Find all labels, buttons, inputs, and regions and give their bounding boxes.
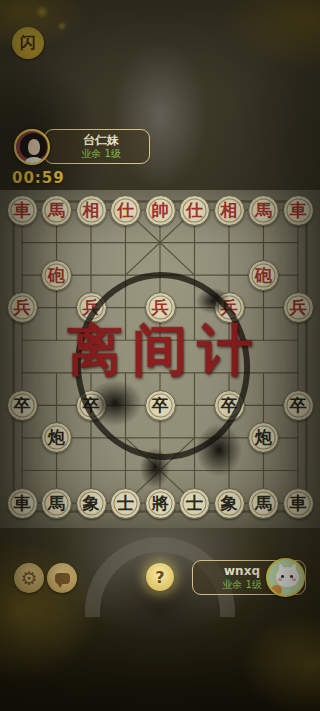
top-player-avatar[interactable] bbox=[14, 129, 50, 165]
ink-splatter bbox=[196, 288, 230, 314]
cat-cheek bbox=[278, 578, 282, 581]
piece-red-馬[interactable]: 馬 bbox=[248, 195, 279, 226]
top-player-timer: 00:59 bbox=[12, 169, 65, 187]
top-player-name: 台仁妹 bbox=[83, 134, 119, 147]
stratagem-banner: 离间计 bbox=[5, 314, 320, 388]
flee-door-icon: 闪 bbox=[20, 33, 36, 54]
piece-red-砲[interactable]: 砲 bbox=[41, 260, 72, 291]
gear-icon: ⚙ bbox=[20, 567, 37, 589]
piece-red-帥[interactable]: 帥 bbox=[145, 195, 176, 226]
piece-black-士[interactable]: 士 bbox=[110, 488, 141, 519]
avatar-face bbox=[28, 139, 40, 155]
piece-red-車[interactable]: 車 bbox=[283, 195, 314, 226]
piece-black-卒[interactable]: 卒 bbox=[283, 390, 314, 421]
question-mark-icon: ? bbox=[155, 568, 164, 587]
piece-black-象[interactable]: 象 bbox=[214, 488, 245, 519]
settings-button[interactable]: ⚙ bbox=[14, 563, 44, 593]
chat-bubble-icon bbox=[55, 573, 70, 584]
piece-red-砲[interactable]: 砲 bbox=[248, 260, 279, 291]
piece-red-仕[interactable]: 仕 bbox=[110, 195, 141, 226]
top-player-rank: 业余 1级 bbox=[81, 148, 121, 159]
piece-black-士[interactable]: 士 bbox=[179, 488, 210, 519]
exit-button[interactable]: 闪 bbox=[12, 27, 44, 59]
piece-black-車[interactable]: 車 bbox=[7, 488, 38, 519]
piece-black-卒[interactable]: 卒 bbox=[7, 390, 38, 421]
piece-red-仕[interactable]: 仕 bbox=[179, 195, 210, 226]
cat-avatar-icon bbox=[276, 567, 299, 587]
piece-red-馬[interactable]: 馬 bbox=[41, 195, 72, 226]
ink-splatter bbox=[196, 424, 242, 476]
piece-black-馬[interactable]: 馬 bbox=[41, 488, 72, 519]
top-player-plate: 台仁妹 业余 1级 bbox=[44, 129, 150, 164]
piece-black-象[interactable]: 象 bbox=[76, 488, 107, 519]
bottom-player-rank: 业余 1级 bbox=[222, 579, 262, 590]
piece-black-將[interactable]: 將 bbox=[145, 488, 176, 519]
piece-red-相[interactable]: 相 bbox=[214, 195, 245, 226]
help-button[interactable]: ? bbox=[146, 563, 174, 591]
cat-cheek bbox=[292, 578, 296, 581]
piece-black-車[interactable]: 車 bbox=[283, 488, 314, 519]
chat-button[interactable] bbox=[47, 563, 77, 593]
piece-red-相[interactable]: 相 bbox=[76, 195, 107, 226]
piece-red-車[interactable]: 車 bbox=[7, 195, 38, 226]
piece-black-馬[interactable]: 馬 bbox=[248, 488, 279, 519]
bottom-player-name: wnxq bbox=[224, 565, 260, 578]
bottom-player-avatar[interactable] bbox=[266, 558, 305, 597]
ink-splatter bbox=[140, 448, 170, 488]
game-screen: 車馬相仕帥仕相馬車砲砲兵兵兵兵兵卒卒卒卒卒炮炮車馬象士將士象馬車 离间计 闪 台… bbox=[0, 0, 320, 711]
